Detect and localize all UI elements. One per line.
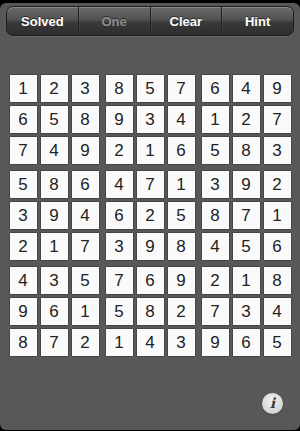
cell-r4c5[interactable]: 7 xyxy=(136,170,165,199)
cell-r8c7[interactable]: 7 xyxy=(201,297,230,326)
cell-r4c2[interactable]: 8 xyxy=(40,170,69,199)
cell-r5c8[interactable]: 7 xyxy=(232,201,261,230)
cell-r3c8[interactable]: 8 xyxy=(232,136,261,165)
cell-r3c7[interactable]: 5 xyxy=(201,136,230,165)
cell-r5c2[interactable]: 9 xyxy=(40,201,69,230)
cell-r8c3[interactable]: 1 xyxy=(71,297,100,326)
cell-r2c3[interactable]: 8 xyxy=(71,105,100,134)
cell-r2c8[interactable]: 2 xyxy=(232,105,261,134)
cell-r6c9[interactable]: 6 xyxy=(263,232,292,261)
cell-r7c3[interactable]: 5 xyxy=(71,266,100,295)
cell-r5c7[interactable]: 8 xyxy=(201,201,230,230)
cell-r8c8[interactable]: 3 xyxy=(232,297,261,326)
cell-r5c1[interactable]: 3 xyxy=(9,201,38,230)
sudoku-box-6: 392871456 xyxy=(201,170,292,261)
cell-r2c2[interactable]: 5 xyxy=(40,105,69,134)
cell-r9c7[interactable]: 9 xyxy=(201,328,230,357)
cell-r3c6[interactable]: 6 xyxy=(167,136,196,165)
cell-r8c5[interactable]: 8 xyxy=(136,297,165,326)
cell-r3c5[interactable]: 1 xyxy=(136,136,165,165)
cell-r1c6[interactable]: 7 xyxy=(167,74,196,103)
sudoku-box-5: 471625398 xyxy=(105,170,196,261)
app-background: Solved One Clear Hint 123658749857934216… xyxy=(0,3,300,430)
cell-r1c5[interactable]: 5 xyxy=(136,74,165,103)
cell-r8c1[interactable]: 9 xyxy=(9,297,38,326)
cell-r4c8[interactable]: 9 xyxy=(232,170,261,199)
cell-r4c7[interactable]: 3 xyxy=(201,170,230,199)
sudoku-box-8: 769582143 xyxy=(105,266,196,357)
cell-r1c1[interactable]: 1 xyxy=(9,74,38,103)
cell-r4c6[interactable]: 1 xyxy=(167,170,196,199)
cell-r3c2[interactable]: 4 xyxy=(40,136,69,165)
sudoku-box-2: 857934216 xyxy=(105,74,196,165)
cell-r6c8[interactable]: 5 xyxy=(232,232,261,261)
cell-r9c1[interactable]: 8 xyxy=(9,328,38,357)
cell-r1c4[interactable]: 8 xyxy=(105,74,134,103)
cell-r1c2[interactable]: 2 xyxy=(40,74,69,103)
sudoku-grid: 1236587498579342166491275835863942174716… xyxy=(9,74,292,357)
cell-r3c4[interactable]: 2 xyxy=(105,136,134,165)
cell-r3c1[interactable]: 7 xyxy=(9,136,38,165)
cell-r6c2[interactable]: 1 xyxy=(40,232,69,261)
cell-r9c2[interactable]: 7 xyxy=(40,328,69,357)
cell-r5c3[interactable]: 4 xyxy=(71,201,100,230)
cell-r1c7[interactable]: 6 xyxy=(201,74,230,103)
cell-r2c6[interactable]: 4 xyxy=(167,105,196,134)
cell-r2c5[interactable]: 3 xyxy=(136,105,165,134)
cell-r9c6[interactable]: 3 xyxy=(167,328,196,357)
cell-r4c1[interactable]: 5 xyxy=(9,170,38,199)
cell-r5c4[interactable]: 6 xyxy=(105,201,134,230)
clear-button[interactable]: Clear xyxy=(150,7,222,35)
cell-r5c5[interactable]: 2 xyxy=(136,201,165,230)
cell-r6c5[interactable]: 9 xyxy=(136,232,165,261)
cell-r9c8[interactable]: 6 xyxy=(232,328,261,357)
toolbar-segmented-control: Solved One Clear Hint xyxy=(6,6,294,36)
cell-r7c4[interactable]: 7 xyxy=(105,266,134,295)
cell-r6c6[interactable]: 8 xyxy=(167,232,196,261)
cell-r2c1[interactable]: 6 xyxy=(9,105,38,134)
cell-r1c3[interactable]: 3 xyxy=(71,74,100,103)
cell-r9c9[interactable]: 5 xyxy=(263,328,292,357)
cell-r7c2[interactable]: 3 xyxy=(40,266,69,295)
cell-r4c3[interactable]: 6 xyxy=(71,170,100,199)
cell-r2c4[interactable]: 9 xyxy=(105,105,134,134)
cell-r8c4[interactable]: 5 xyxy=(105,297,134,326)
cell-r6c7[interactable]: 4 xyxy=(201,232,230,261)
sudoku-box-1: 123658749 xyxy=(9,74,100,165)
hint-button[interactable]: Hint xyxy=(221,7,293,35)
cell-r4c9[interactable]: 2 xyxy=(263,170,292,199)
cell-r6c1[interactable]: 2 xyxy=(9,232,38,261)
info-button[interactable]: i xyxy=(262,393,283,414)
cell-r7c9[interactable]: 8 xyxy=(263,266,292,295)
cell-r6c4[interactable]: 3 xyxy=(105,232,134,261)
cell-r7c6[interactable]: 9 xyxy=(167,266,196,295)
cell-r4c4[interactable]: 4 xyxy=(105,170,134,199)
cell-r7c1[interactable]: 4 xyxy=(9,266,38,295)
cell-r3c9[interactable]: 3 xyxy=(263,136,292,165)
sudoku-box-9: 218734965 xyxy=(201,266,292,357)
cell-r5c9[interactable]: 1 xyxy=(263,201,292,230)
cell-r1c9[interactable]: 9 xyxy=(263,74,292,103)
sudoku-box-3: 649127583 xyxy=(201,74,292,165)
cell-r9c3[interactable]: 2 xyxy=(71,328,100,357)
cell-r9c5[interactable]: 4 xyxy=(136,328,165,357)
cell-r7c7[interactable]: 2 xyxy=(201,266,230,295)
sudoku-box-4: 586394217 xyxy=(9,170,100,261)
cell-r8c2[interactable]: 6 xyxy=(40,297,69,326)
cell-r8c6[interactable]: 2 xyxy=(167,297,196,326)
solved-button[interactable]: Solved xyxy=(7,7,78,35)
cell-r2c9[interactable]: 7 xyxy=(263,105,292,134)
cell-r9c4[interactable]: 1 xyxy=(105,328,134,357)
cell-r6c3[interactable]: 7 xyxy=(71,232,100,261)
cell-r3c3[interactable]: 9 xyxy=(71,136,100,165)
cell-r5c6[interactable]: 5 xyxy=(167,201,196,230)
cell-r7c8[interactable]: 1 xyxy=(232,266,261,295)
info-icon: i xyxy=(270,396,275,410)
cell-r8c9[interactable]: 4 xyxy=(263,297,292,326)
sudoku-box-7: 435961872 xyxy=(9,266,100,357)
cell-r7c5[interactable]: 6 xyxy=(136,266,165,295)
cell-r1c8[interactable]: 4 xyxy=(232,74,261,103)
cell-r2c7[interactable]: 1 xyxy=(201,105,230,134)
one-button[interactable]: One xyxy=(78,7,150,35)
